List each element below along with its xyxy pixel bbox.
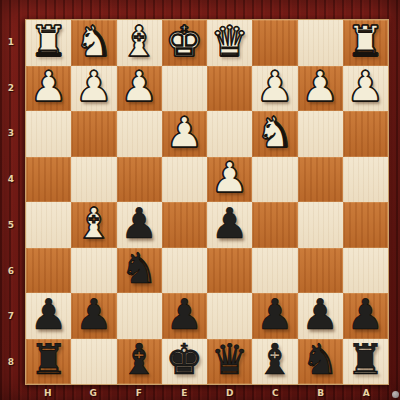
square-f5[interactable]: ♟: [117, 202, 162, 248]
square-c5[interactable]: [252, 202, 297, 248]
square-d7[interactable]: [207, 293, 252, 339]
square-g8[interactable]: [71, 339, 116, 385]
square-e4[interactable]: [162, 157, 207, 203]
white-pawn[interactable]: ♟: [75, 66, 113, 108]
square-g5[interactable]: ♝: [71, 202, 116, 248]
black-king[interactable]: ♚: [166, 339, 204, 381]
square-d8[interactable]: ♛: [207, 339, 252, 385]
square-b1[interactable]: [298, 20, 343, 66]
square-g2[interactable]: ♟: [71, 66, 116, 112]
white-bishop[interactable]: ♝: [120, 21, 158, 63]
square-a7[interactable]: ♟: [343, 293, 388, 339]
black-pawn[interactable]: ♟: [256, 294, 294, 336]
rank-label-8: 8: [0, 339, 25, 385]
white-pawn[interactable]: ♟: [211, 157, 249, 199]
square-e7[interactable]: ♟: [162, 293, 207, 339]
file-labels: HGFEDCBA: [25, 386, 389, 400]
white-pawn[interactable]: ♟: [347, 66, 385, 108]
square-h2[interactable]: ♟: [26, 66, 71, 112]
square-c7[interactable]: ♟: [252, 293, 297, 339]
square-b8[interactable]: ♞: [298, 339, 343, 385]
square-g3[interactable]: [71, 111, 116, 157]
white-knight[interactable]: ♞: [75, 21, 113, 63]
square-b7[interactable]: ♟: [298, 293, 343, 339]
square-c2[interactable]: ♟: [252, 66, 297, 112]
square-g1[interactable]: ♞: [71, 20, 116, 66]
square-d2[interactable]: [207, 66, 252, 112]
square-c4[interactable]: [252, 157, 297, 203]
file-label-a: A: [344, 386, 390, 400]
square-h6[interactable]: [26, 248, 71, 294]
square-b3[interactable]: [298, 111, 343, 157]
square-d4[interactable]: ♟: [207, 157, 252, 203]
square-b4[interactable]: [298, 157, 343, 203]
rank-label-4: 4: [0, 156, 25, 202]
white-knight[interactable]: ♞: [256, 112, 294, 154]
black-knight[interactable]: ♞: [120, 248, 158, 290]
white-pawn[interactable]: ♟: [301, 66, 339, 108]
file-label-c: C: [253, 386, 299, 400]
square-e5[interactable]: [162, 202, 207, 248]
square-f2[interactable]: ♟: [117, 66, 162, 112]
black-queen[interactable]: ♛: [211, 339, 249, 381]
square-g4[interactable]: [71, 157, 116, 203]
file-label-d: D: [207, 386, 253, 400]
rank-label-5: 5: [0, 202, 25, 248]
black-rook[interactable]: ♜: [347, 339, 385, 381]
square-f8[interactable]: ♝: [117, 339, 162, 385]
square-d1[interactable]: ♛: [207, 20, 252, 66]
watermark-dot: [392, 391, 399, 398]
square-g6[interactable]: [71, 248, 116, 294]
black-pawn[interactable]: ♟: [211, 203, 249, 245]
rank-label-2: 2: [0, 65, 25, 111]
square-c6[interactable]: [252, 248, 297, 294]
white-king[interactable]: ♚: [166, 21, 204, 63]
square-h5[interactable]: [26, 202, 71, 248]
black-bishop[interactable]: ♝: [120, 339, 158, 381]
chess-board: ♜♞♝♚♛♜♟♟♟♟♟♟♟♞♟♝♟♟♞♟♟♟♟♟♟♜♝♚♛♝♞♜: [25, 19, 389, 385]
white-rook[interactable]: ♜: [30, 21, 68, 63]
square-h1[interactable]: ♜: [26, 20, 71, 66]
black-pawn[interactable]: ♟: [347, 294, 385, 336]
white-pawn[interactable]: ♟: [256, 66, 294, 108]
square-f7[interactable]: [117, 293, 162, 339]
square-c1[interactable]: [252, 20, 297, 66]
square-h4[interactable]: [26, 157, 71, 203]
file-label-b: B: [298, 386, 344, 400]
square-f3[interactable]: [117, 111, 162, 157]
square-a1[interactable]: ♜: [343, 20, 388, 66]
square-c3[interactable]: ♞: [252, 111, 297, 157]
square-h7[interactable]: ♟: [26, 293, 71, 339]
file-label-g: G: [71, 386, 117, 400]
black-pawn[interactable]: ♟: [75, 294, 113, 336]
square-d6[interactable]: [207, 248, 252, 294]
file-label-h: H: [25, 386, 71, 400]
square-d3[interactable]: [207, 111, 252, 157]
rank-labels: 12345678: [0, 19, 25, 385]
square-a5[interactable]: [343, 202, 388, 248]
square-b6[interactable]: [298, 248, 343, 294]
square-e8[interactable]: ♚: [162, 339, 207, 385]
black-pawn[interactable]: ♟: [301, 294, 339, 336]
black-pawn[interactable]: ♟: [166, 294, 204, 336]
square-e6[interactable]: [162, 248, 207, 294]
black-pawn[interactable]: ♟: [30, 294, 68, 336]
square-d5[interactable]: ♟: [207, 202, 252, 248]
square-a6[interactable]: [343, 248, 388, 294]
square-e2[interactable]: [162, 66, 207, 112]
rank-label-3: 3: [0, 111, 25, 157]
square-f1[interactable]: ♝: [117, 20, 162, 66]
square-a4[interactable]: [343, 157, 388, 203]
square-e3[interactable]: ♟: [162, 111, 207, 157]
white-pawn[interactable]: ♟: [120, 66, 158, 108]
black-rook[interactable]: ♜: [30, 339, 68, 381]
square-b5[interactable]: [298, 202, 343, 248]
file-label-e: E: [162, 386, 208, 400]
file-label-f: F: [116, 386, 162, 400]
square-a2[interactable]: ♟: [343, 66, 388, 112]
square-f6[interactable]: ♞: [117, 248, 162, 294]
white-rook[interactable]: ♜: [347, 21, 385, 63]
square-a3[interactable]: [343, 111, 388, 157]
black-pawn[interactable]: ♟: [120, 203, 158, 245]
square-f4[interactable]: [117, 157, 162, 203]
square-g7[interactable]: ♟: [71, 293, 116, 339]
white-bishop[interactable]: ♝: [75, 203, 113, 245]
white-pawn[interactable]: ♟: [30, 66, 68, 108]
black-knight[interactable]: ♞: [301, 339, 339, 381]
white-pawn[interactable]: ♟: [166, 112, 204, 154]
black-bishop[interactable]: ♝: [256, 339, 294, 381]
square-h3[interactable]: [26, 111, 71, 157]
rank-label-7: 7: [0, 294, 25, 340]
square-a8[interactable]: ♜: [343, 339, 388, 385]
square-c8[interactable]: ♝: [252, 339, 297, 385]
square-e1[interactable]: ♚: [162, 20, 207, 66]
board-frame: 12345678 ♜♞♝♚♛♜♟♟♟♟♟♟♟♞♟♝♟♟♞♟♟♟♟♟♟♜♝♚♛♝♞…: [0, 0, 400, 400]
square-b2[interactable]: ♟: [298, 66, 343, 112]
square-h8[interactable]: ♜: [26, 339, 71, 385]
rank-label-1: 1: [0, 19, 25, 65]
rank-label-6: 6: [0, 248, 25, 294]
white-queen[interactable]: ♛: [211, 21, 249, 63]
